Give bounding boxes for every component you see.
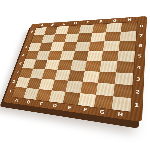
coordinate-label: 5 <box>134 51 145 62</box>
board-square <box>90 32 106 41</box>
chess-board: ABCDEFGH ABCDEFGH 87654321 87654321 <box>3 16 147 122</box>
board-square <box>45 60 60 70</box>
board-square <box>87 51 103 61</box>
board-square <box>50 42 64 51</box>
board-square <box>48 51 63 60</box>
board-square <box>53 34 67 43</box>
board-square <box>104 32 120 42</box>
board-square <box>116 61 134 73</box>
board-square <box>94 95 113 110</box>
coordinate-label: 3 <box>132 73 144 86</box>
product-photo: ABCDEFGH ABCDEFGH 87654321 87654321 <box>0 0 150 150</box>
board-square <box>101 51 118 61</box>
coordinate-label: 1 <box>130 98 143 113</box>
board-square <box>117 51 135 62</box>
board-square <box>85 61 102 72</box>
coordinate-label: 8 <box>136 21 146 31</box>
board-square <box>89 41 105 51</box>
coordinate-label: 6 <box>135 41 146 51</box>
coordinate-label: 4 <box>133 62 145 74</box>
board-square <box>118 41 135 51</box>
board-square <box>78 93 96 107</box>
board-square <box>103 41 120 51</box>
coordinate-label: 2 <box>131 85 143 99</box>
coordinate-label: 7 <box>136 31 147 41</box>
board-square <box>120 31 137 41</box>
board-square <box>100 61 117 72</box>
board-square <box>112 96 132 111</box>
